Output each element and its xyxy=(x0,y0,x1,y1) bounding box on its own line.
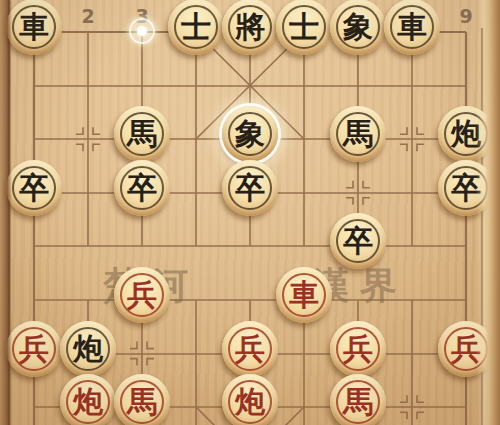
red-soldier-glyph: 兵 xyxy=(127,280,157,310)
xiangqi-board[interactable]: 123456789 楚河 漢界 車士將士象車馬象馬炮卒卒卒卒卒兵車兵炮兵兵兵炮馬… xyxy=(0,0,500,425)
black-cannon-glyph: 炮 xyxy=(73,334,103,364)
piece-black-advisor[interactable]: 士 xyxy=(168,0,224,55)
piece-red-horse[interactable]: 馬 xyxy=(114,374,170,425)
black-general-glyph: 將 xyxy=(235,12,265,42)
piece-red-cannon[interactable]: 炮 xyxy=(60,374,116,425)
piece-black-horse[interactable]: 馬 xyxy=(330,106,386,162)
red-cannon-glyph: 炮 xyxy=(73,387,103,417)
black-horse-glyph: 馬 xyxy=(127,119,157,149)
piece-red-horse[interactable]: 馬 xyxy=(330,374,386,425)
pieces-layer: 車士將士象車馬象馬炮卒卒卒卒卒兵車兵炮兵兵兵炮馬炮馬 xyxy=(0,0,500,425)
piece-red-soldier[interactable]: 兵 xyxy=(330,321,386,377)
red-chariot-glyph: 車 xyxy=(289,280,319,310)
piece-black-soldier[interactable]: 卒 xyxy=(114,160,170,216)
piece-black-chariot[interactable]: 車 xyxy=(6,0,62,55)
red-soldier-glyph: 兵 xyxy=(235,334,265,364)
red-soldier-glyph: 兵 xyxy=(19,334,49,364)
black-advisor-glyph: 士 xyxy=(289,12,319,42)
piece-black-chariot[interactable]: 車 xyxy=(384,0,440,55)
black-cannon-glyph: 炮 xyxy=(451,119,481,149)
piece-black-general[interactable]: 將 xyxy=(222,0,278,55)
piece-red-soldier[interactable]: 兵 xyxy=(6,321,62,377)
black-horse-glyph: 馬 xyxy=(343,119,373,149)
black-soldier-glyph: 卒 xyxy=(343,226,373,256)
piece-black-cannon[interactable]: 炮 xyxy=(60,321,116,377)
black-soldier-glyph: 卒 xyxy=(451,173,481,203)
piece-black-cannon[interactable]: 炮 xyxy=(438,106,494,162)
black-chariot-glyph: 車 xyxy=(19,12,49,42)
piece-black-soldier[interactable]: 卒 xyxy=(330,213,386,269)
piece-black-soldier[interactable]: 卒 xyxy=(438,160,494,216)
piece-black-soldier[interactable]: 卒 xyxy=(222,160,278,216)
piece-black-advisor[interactable]: 士 xyxy=(276,0,332,55)
black-soldier-glyph: 卒 xyxy=(127,173,157,203)
red-soldier-glyph: 兵 xyxy=(343,334,373,364)
black-elephant-glyph: 象 xyxy=(343,12,373,42)
piece-red-soldier[interactable]: 兵 xyxy=(438,321,494,377)
black-advisor-glyph: 士 xyxy=(181,12,211,42)
black-elephant-glyph: 象 xyxy=(235,119,265,149)
black-soldier-glyph: 卒 xyxy=(235,173,265,203)
piece-red-soldier[interactable]: 兵 xyxy=(114,267,170,323)
piece-red-cannon[interactable]: 炮 xyxy=(222,374,278,425)
black-soldier-glyph: 卒 xyxy=(19,173,49,203)
red-soldier-glyph: 兵 xyxy=(451,334,481,364)
piece-black-elephant[interactable]: 象 xyxy=(330,0,386,55)
red-horse-glyph: 馬 xyxy=(127,387,157,417)
black-chariot-glyph: 車 xyxy=(397,12,427,42)
piece-black-horse[interactable]: 馬 xyxy=(114,106,170,162)
piece-red-soldier[interactable]: 兵 xyxy=(222,321,278,377)
piece-black-soldier[interactable]: 卒 xyxy=(6,160,62,216)
piece-red-chariot[interactable]: 車 xyxy=(276,267,332,323)
red-horse-glyph: 馬 xyxy=(343,387,373,417)
red-cannon-glyph: 炮 xyxy=(235,387,265,417)
piece-black-elephant[interactable]: 象 xyxy=(222,106,278,162)
